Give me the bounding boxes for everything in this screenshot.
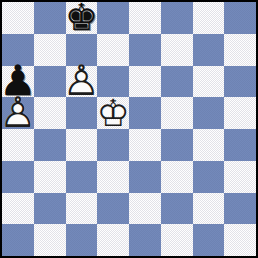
square-b3[interactable] [34, 161, 66, 193]
white-king-outline-glyph: ♔ [97, 97, 129, 129]
black-pawn-glyph: ♟ [2, 66, 34, 98]
square-e1[interactable] [129, 224, 161, 256]
square-g7[interactable] [193, 34, 225, 66]
black-king[interactable]: ♚ [66, 2, 98, 34]
square-a5[interactable]: ♟♙ [2, 97, 34, 129]
square-f6[interactable] [161, 66, 193, 98]
square-h1[interactable] [224, 224, 256, 256]
square-d6[interactable] [97, 66, 129, 98]
white-pawn-fill-glyph: ♟ [66, 66, 98, 98]
white-pawn-outline-glyph: ♙ [66, 66, 98, 98]
square-h4[interactable] [224, 129, 256, 161]
square-d3[interactable] [97, 161, 129, 193]
square-a7[interactable] [2, 34, 34, 66]
white-pawn-fill-glyph: ♟ [2, 97, 34, 129]
square-f3[interactable] [161, 161, 193, 193]
square-c6[interactable]: ♟♙ [66, 66, 98, 98]
square-d5[interactable]: ♚♔ [97, 97, 129, 129]
white-pawn-outline-glyph: ♙ [2, 97, 34, 129]
square-a1[interactable] [2, 224, 34, 256]
square-a3[interactable] [2, 161, 34, 193]
square-a4[interactable] [2, 129, 34, 161]
square-b7[interactable] [34, 34, 66, 66]
square-b2[interactable] [34, 193, 66, 225]
square-g2[interactable] [193, 193, 225, 225]
square-e4[interactable] [129, 129, 161, 161]
square-c3[interactable] [66, 161, 98, 193]
square-e3[interactable] [129, 161, 161, 193]
square-e7[interactable] [129, 34, 161, 66]
square-d4[interactable] [97, 129, 129, 161]
square-f7[interactable] [161, 34, 193, 66]
square-f5[interactable] [161, 97, 193, 129]
square-h6[interactable] [224, 66, 256, 98]
square-g1[interactable] [193, 224, 225, 256]
square-a8[interactable] [2, 2, 34, 34]
square-e6[interactable] [129, 66, 161, 98]
square-g5[interactable] [193, 97, 225, 129]
square-c5[interactable] [66, 97, 98, 129]
square-d2[interactable] [97, 193, 129, 225]
square-a2[interactable] [2, 193, 34, 225]
white-king[interactable]: ♚♔ [97, 97, 129, 129]
black-pawn[interactable]: ♟ [2, 66, 34, 98]
square-b1[interactable] [34, 224, 66, 256]
square-f2[interactable] [161, 193, 193, 225]
square-b6[interactable] [34, 66, 66, 98]
square-d8[interactable] [97, 2, 129, 34]
white-pawn[interactable]: ♟♙ [66, 66, 98, 98]
square-f8[interactable] [161, 2, 193, 34]
square-b5[interactable] [34, 97, 66, 129]
square-g3[interactable] [193, 161, 225, 193]
square-h8[interactable] [224, 2, 256, 34]
square-d1[interactable] [97, 224, 129, 256]
square-d7[interactable] [97, 34, 129, 66]
white-pawn[interactable]: ♟♙ [2, 97, 34, 129]
black-king-glyph: ♚ [66, 2, 98, 34]
white-king-fill-glyph: ♚ [97, 97, 129, 129]
square-c1[interactable] [66, 224, 98, 256]
square-b8[interactable] [34, 2, 66, 34]
square-a6[interactable]: ♟ [2, 66, 34, 98]
square-g6[interactable] [193, 66, 225, 98]
square-c7[interactable] [66, 34, 98, 66]
square-h2[interactable] [224, 193, 256, 225]
chess-board: ♚♟♟♙♟♙♚♔ [0, 0, 258, 258]
square-h5[interactable] [224, 97, 256, 129]
square-h3[interactable] [224, 161, 256, 193]
square-c8[interactable]: ♚ [66, 2, 98, 34]
square-g8[interactable] [193, 2, 225, 34]
square-c4[interactable] [66, 129, 98, 161]
square-h7[interactable] [224, 34, 256, 66]
square-b4[interactable] [34, 129, 66, 161]
square-g4[interactable] [193, 129, 225, 161]
square-f4[interactable] [161, 129, 193, 161]
square-f1[interactable] [161, 224, 193, 256]
square-e5[interactable] [129, 97, 161, 129]
square-c2[interactable] [66, 193, 98, 225]
square-e2[interactable] [129, 193, 161, 225]
square-e8[interactable] [129, 2, 161, 34]
